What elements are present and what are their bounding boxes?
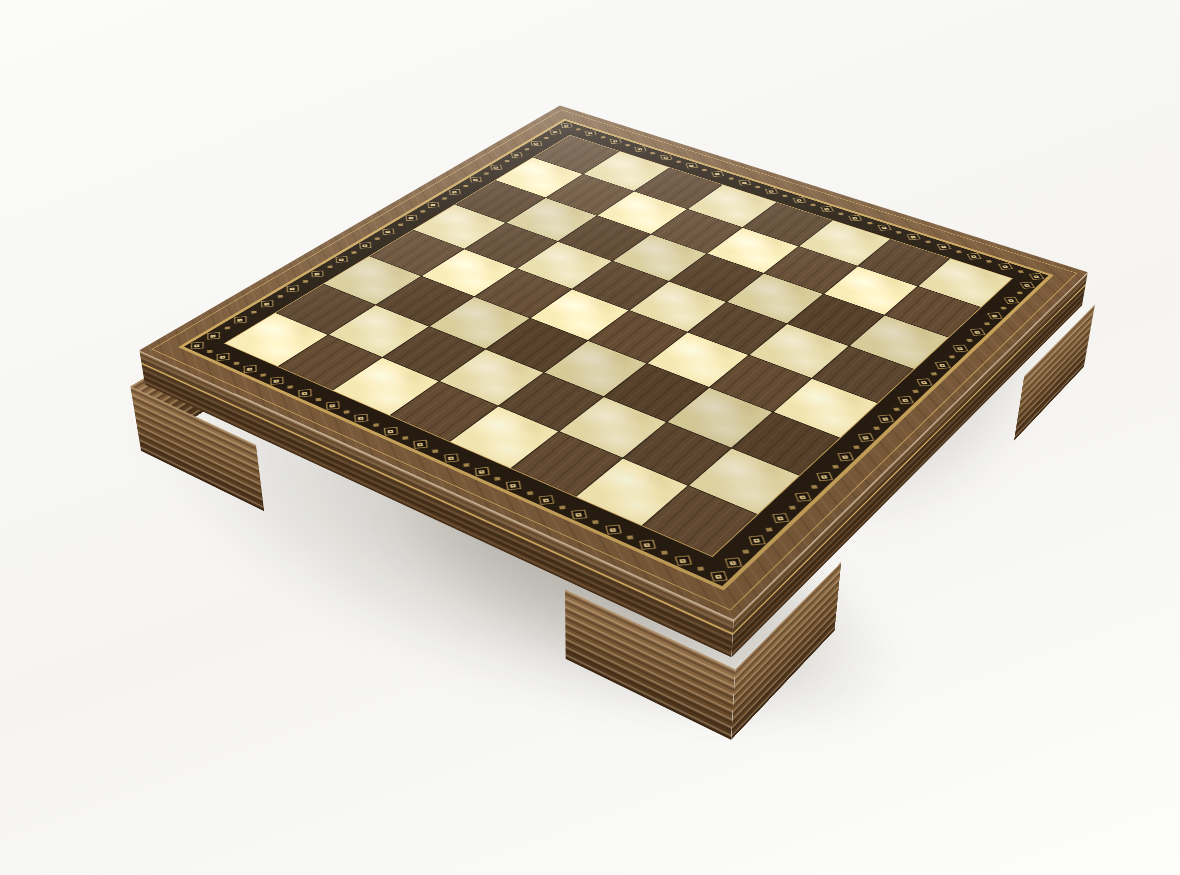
inlay-connector	[398, 223, 403, 226]
inlay-connector	[755, 186, 760, 188]
square-e4	[588, 310, 687, 363]
inlay-diamond	[470, 177, 482, 183]
inlay-connector	[983, 322, 990, 325]
square-b1	[278, 335, 381, 390]
inlay-diamond	[383, 228, 395, 234]
square-g1	[576, 459, 688, 526]
inlay-connector	[697, 566, 704, 570]
inlay-diamond	[907, 234, 921, 240]
inlay-diamond	[998, 263, 1013, 270]
inlay-diamond	[244, 365, 257, 373]
inlay-connector	[676, 160, 681, 162]
inlay-diamond	[1004, 297, 1019, 304]
inlay-diamond	[877, 224, 891, 230]
inlay-connector	[559, 505, 566, 509]
inlay-diamond	[271, 377, 284, 385]
inlay-diamond	[772, 513, 789, 523]
product-photo-scene	[0, 0, 1180, 875]
inlay-connector	[316, 398, 322, 401]
inlay-connector	[1016, 291, 1022, 294]
inlay-diamond	[738, 180, 751, 186]
inlay-connector	[344, 410, 350, 413]
inlay-connector	[832, 465, 839, 469]
inlay-connector	[463, 185, 468, 187]
inlay-diamond	[326, 401, 340, 409]
inlay-connector	[966, 338, 973, 341]
inlay-connector	[375, 237, 380, 240]
square-g2	[623, 422, 731, 485]
inlay-connector	[742, 549, 749, 553]
inlay-diamond	[585, 131, 597, 136]
inlay-connector	[524, 148, 529, 150]
square-f1	[512, 432, 622, 496]
inlay-connector	[251, 310, 256, 313]
inlay-diamond	[935, 361, 951, 369]
square-a1	[225, 313, 327, 366]
inlay-strip-front	[181, 337, 738, 588]
inlay-diamond	[967, 253, 982, 259]
inlay-connector	[225, 326, 230, 329]
square-e1	[450, 406, 558, 468]
inlay-connector	[625, 144, 630, 146]
inlay-connector	[351, 251, 356, 254]
inlay-diamond	[207, 332, 219, 339]
square-d1	[390, 382, 496, 441]
inlay-diamond	[311, 271, 323, 278]
inlay-diamond	[937, 243, 951, 249]
inlay-connector	[593, 520, 600, 524]
inlay-connector	[627, 535, 634, 539]
inlay-diamond	[427, 202, 439, 208]
inlay-diamond	[953, 345, 969, 353]
inlay-connector	[420, 210, 425, 213]
inlay-connector	[788, 506, 795, 510]
inlay-diamond	[639, 540, 656, 550]
square-c2	[383, 327, 485, 381]
square-f3	[605, 364, 708, 422]
inlay-diamond	[491, 164, 503, 170]
inlay-diamond	[1020, 282, 1035, 289]
inlay-diamond	[816, 472, 833, 481]
inlay-connector	[948, 355, 955, 358]
inlay-diamond	[725, 557, 742, 567]
inlay-diamond	[635, 146, 647, 151]
checkerboard-field	[214, 131, 1023, 564]
square-g3	[668, 388, 773, 448]
square-d3	[486, 319, 586, 372]
inlay-connector	[930, 372, 937, 375]
square-h6	[850, 316, 948, 369]
inlay-diamond	[217, 353, 230, 361]
inlay-diamond	[506, 481, 521, 490]
inlay-connector	[484, 172, 489, 174]
inlay-diamond	[987, 312, 1003, 319]
inlay-diamond	[359, 242, 371, 248]
square-g4	[710, 355, 812, 412]
inlay-connector	[986, 260, 992, 263]
inlay-connector	[838, 212, 844, 215]
inlay-diamond	[444, 453, 459, 462]
inlay-diamond	[384, 427, 398, 436]
inlay-diamond	[610, 139, 622, 144]
inlay-diamond	[712, 171, 725, 177]
inlay-diamond	[191, 342, 204, 350]
inlay-connector	[234, 361, 239, 364]
inlay-connector	[403, 436, 409, 440]
square-f4	[648, 332, 748, 387]
inlay-diamond	[571, 510, 587, 520]
inlay-connector	[662, 550, 669, 554]
inlay-connector	[912, 390, 919, 393]
inlay-connector	[277, 295, 282, 298]
inlay-diamond	[749, 535, 766, 545]
inlay-diamond	[674, 555, 691, 565]
inlay-connector	[765, 527, 772, 531]
inlay-diamond	[793, 197, 806, 203]
chessboard	[139, 106, 1087, 620]
inlay-diamond	[897, 396, 913, 404]
square-h2	[689, 449, 799, 515]
inlay-connector	[702, 169, 707, 171]
inlay-connector	[956, 250, 962, 253]
inlay-connector	[601, 136, 606, 138]
inlay-connector	[373, 423, 379, 427]
square-b2	[328, 305, 428, 357]
inlay-diamond	[261, 301, 273, 308]
square-d2	[440, 349, 543, 405]
inlay-diamond	[1029, 273, 1044, 280]
inlay-diamond	[413, 440, 427, 449]
inlay-diamond	[355, 414, 369, 422]
inlay-diamond	[916, 378, 932, 386]
inlay-diamond	[765, 188, 778, 194]
inlay-diamond	[550, 129, 562, 134]
inlay-diamond	[336, 256, 348, 263]
inlay-diamond	[449, 189, 461, 195]
inlay-connector	[783, 194, 788, 196]
inlay-diamond	[605, 525, 621, 535]
inlay-connector	[303, 280, 308, 283]
square-g5	[750, 324, 849, 378]
inlay-connector	[208, 350, 213, 353]
inlay-diamond	[837, 452, 854, 461]
inlay-diamond	[660, 155, 672, 160]
inlay-diamond	[849, 215, 863, 221]
inlay-connector	[1018, 270, 1024, 273]
inlay-connector	[926, 240, 932, 243]
inlay-diamond	[970, 328, 986, 335]
inlay-connector	[576, 128, 581, 130]
inlay-connector	[433, 449, 439, 453]
square-f5	[689, 302, 787, 354]
inlay-connector	[1000, 307, 1006, 310]
inlay-connector	[442, 197, 447, 199]
inlay-diamond	[405, 215, 417, 221]
square-h5	[813, 346, 913, 402]
square-h4	[774, 379, 877, 438]
inlay-connector	[544, 137, 549, 139]
inlay-diamond	[686, 163, 698, 169]
inlay-diamond	[475, 467, 490, 476]
inlay-diamond	[511, 153, 523, 158]
inlay-connector	[495, 477, 501, 481]
inlay-diamond	[235, 316, 247, 323]
inlay-connector	[527, 491, 533, 495]
inlay-strip-right	[715, 278, 1042, 575]
inlay-connector	[504, 160, 509, 162]
square-e3	[544, 341, 646, 396]
square-f2	[559, 397, 666, 458]
inlay-diamond	[878, 414, 894, 422]
inlay-connector	[651, 152, 656, 154]
inlay-diamond	[710, 571, 727, 582]
inlay-diamond	[858, 433, 874, 442]
inlay-connector	[464, 463, 470, 467]
inlay-connector	[261, 373, 266, 376]
inlay-diamond	[539, 495, 555, 505]
inlay-connector	[810, 203, 816, 205]
board-top-surface	[139, 106, 1087, 620]
inlay-connector	[327, 265, 332, 268]
inlay-diamond	[298, 389, 311, 397]
inlay-connector	[896, 231, 902, 234]
square-h1	[643, 486, 756, 556]
inlay-connector	[867, 222, 873, 225]
square-c1	[333, 358, 438, 415]
inlay-diamond	[530, 141, 542, 146]
inlay-diamond	[286, 285, 298, 292]
inlay-connector	[893, 408, 900, 411]
inlay-connector	[729, 177, 734, 179]
inlay-diamond	[561, 123, 573, 128]
square-e2	[498, 373, 603, 431]
inlay-diamond	[794, 492, 811, 502]
square-h3	[733, 413, 840, 475]
inlay-connector	[810, 485, 817, 489]
inlay-connector	[288, 385, 294, 388]
inlay-connector	[873, 426, 880, 430]
inlay-diamond	[820, 206, 834, 212]
inlay-connector	[853, 445, 860, 449]
